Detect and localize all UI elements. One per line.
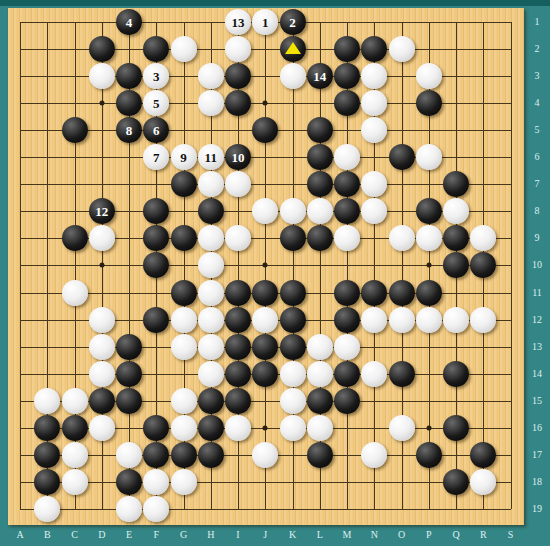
black-stone-d2 [89, 36, 115, 62]
white-stone-p12 [416, 307, 442, 333]
black-stone-f10 [143, 252, 169, 278]
black-stone-o14 [389, 361, 415, 387]
black-stone-q7 [443, 171, 469, 197]
black-stone-i3 [225, 63, 251, 89]
white-stone-n12 [361, 307, 387, 333]
star-point [426, 263, 431, 268]
move-number-label: 12 [95, 205, 108, 218]
white-stone-h6: 11 [198, 144, 224, 170]
black-stone-c5 [62, 117, 88, 143]
black-stone-b17 [34, 442, 60, 468]
black-stone-r17 [470, 442, 496, 468]
white-stone-m9 [334, 225, 360, 251]
black-stone-i15 [225, 388, 251, 414]
row-label-8: 8 [535, 206, 540, 216]
white-stone-h7 [198, 171, 224, 197]
black-stone-i6: 10 [225, 144, 251, 170]
column-label-l: L [317, 530, 323, 540]
column-label-e: E [126, 530, 132, 540]
white-stone-g13 [171, 334, 197, 360]
black-stone-c9 [62, 225, 88, 251]
white-stone-r12 [470, 307, 496, 333]
black-stone-l5 [307, 117, 333, 143]
white-stone-p3 [416, 63, 442, 89]
star-point [426, 425, 431, 430]
move-number-label: 13 [232, 16, 245, 29]
white-stone-l13 [307, 334, 333, 360]
star-point [263, 101, 268, 106]
white-stone-h14 [198, 361, 224, 387]
move-number-label: 7 [153, 151, 160, 164]
black-stone-k11 [280, 280, 306, 306]
column-label-r: R [480, 530, 487, 540]
go-board[interactable]: 4131231458679111012 [8, 8, 524, 525]
white-stone-g12 [171, 307, 197, 333]
row-label-2: 2 [535, 44, 540, 54]
move-number-label: 14 [313, 70, 326, 83]
white-stone-i2 [225, 36, 251, 62]
white-stone-d16 [89, 415, 115, 441]
black-stone-j14 [252, 361, 278, 387]
grid-line-vertical [511, 22, 512, 509]
black-stone-h8 [198, 198, 224, 224]
black-stone-f8 [143, 198, 169, 224]
black-stone-q16 [443, 415, 469, 441]
black-stone-l7 [307, 171, 333, 197]
white-stone-m13 [334, 334, 360, 360]
white-stone-h3 [198, 63, 224, 89]
white-stone-p6 [416, 144, 442, 170]
black-stone-i13 [225, 334, 251, 360]
move-number-label: 10 [232, 151, 245, 164]
column-label-j: J [263, 530, 267, 540]
black-stone-c16 [62, 415, 88, 441]
white-stone-p9 [416, 225, 442, 251]
column-label-m: M [343, 530, 352, 540]
black-stone-r10 [470, 252, 496, 278]
star-point [263, 263, 268, 268]
triangle-marker [285, 42, 301, 54]
white-stone-l14 [307, 361, 333, 387]
white-stone-i1: 13 [225, 9, 251, 35]
black-stone-f17 [143, 442, 169, 468]
white-stone-l16 [307, 415, 333, 441]
white-stone-o2 [389, 36, 415, 62]
column-label-c: C [71, 530, 78, 540]
white-stone-h10 [198, 252, 224, 278]
row-label-12: 12 [532, 315, 542, 325]
black-stone-g11 [171, 280, 197, 306]
black-stone-m12 [334, 307, 360, 333]
column-label-g: G [180, 530, 187, 540]
column-label-k: K [289, 530, 296, 540]
white-stone-i7 [225, 171, 251, 197]
black-stone-l9 [307, 225, 333, 251]
move-number-label: 11 [205, 151, 217, 164]
black-stone-m8 [334, 198, 360, 224]
black-stone-q18 [443, 469, 469, 495]
white-stone-e19 [116, 496, 142, 522]
black-stone-e13 [116, 334, 142, 360]
black-stone-i14 [225, 361, 251, 387]
column-label-b: B [44, 530, 51, 540]
white-stone-k3 [280, 63, 306, 89]
black-stone-n11 [361, 280, 387, 306]
black-stone-h15 [198, 388, 224, 414]
black-stone-o6 [389, 144, 415, 170]
go-app-window: 4131231458679111012 ABCDEFGHIJKLMNOPQRS1… [0, 0, 550, 546]
white-stone-n5 [361, 117, 387, 143]
column-label-n: N [371, 530, 378, 540]
black-stone-k1: 2 [280, 9, 306, 35]
white-stone-j1: 1 [252, 9, 278, 35]
white-stone-o9 [389, 225, 415, 251]
white-stone-c15 [62, 388, 88, 414]
white-stone-b15 [34, 388, 60, 414]
white-stone-q8 [443, 198, 469, 224]
white-stone-h12 [198, 307, 224, 333]
column-label-f: F [153, 530, 159, 540]
black-stone-e1: 4 [116, 9, 142, 35]
white-stone-g16 [171, 415, 197, 441]
white-stone-f6: 7 [143, 144, 169, 170]
column-label-h: H [207, 530, 214, 540]
black-stone-m7 [334, 171, 360, 197]
white-stone-g15 [171, 388, 197, 414]
black-stone-h16 [198, 415, 224, 441]
black-stone-e18 [116, 469, 142, 495]
white-stone-o16 [389, 415, 415, 441]
black-stone-q14 [443, 361, 469, 387]
black-stone-p4 [416, 90, 442, 116]
column-label-s: S [508, 530, 514, 540]
black-stone-q9 [443, 225, 469, 251]
white-stone-j8 [252, 198, 278, 224]
black-stone-j11 [252, 280, 278, 306]
black-stone-m14 [334, 361, 360, 387]
white-stone-i9 [225, 225, 251, 251]
black-stone-e5: 8 [116, 117, 142, 143]
move-number-label: 4 [126, 16, 133, 29]
black-stone-f5: 6 [143, 117, 169, 143]
black-stone-m4 [334, 90, 360, 116]
white-stone-c18 [62, 469, 88, 495]
black-stone-e4 [116, 90, 142, 116]
white-stone-d3 [89, 63, 115, 89]
black-stone-m3 [334, 63, 360, 89]
white-stone-r9 [470, 225, 496, 251]
black-stone-e14 [116, 361, 142, 387]
black-stone-b18 [34, 469, 60, 495]
row-label-6: 6 [535, 152, 540, 162]
row-label-10: 10 [532, 260, 542, 270]
row-label-19: 19 [532, 504, 542, 514]
white-stone-f4: 5 [143, 90, 169, 116]
row-label-9: 9 [535, 233, 540, 243]
black-stone-d15 [89, 388, 115, 414]
column-label-q: Q [452, 530, 459, 540]
black-stone-e15 [116, 388, 142, 414]
black-stone-l15 [307, 388, 333, 414]
black-stone-l3: 14 [307, 63, 333, 89]
move-number-label: 3 [153, 70, 160, 83]
white-stone-g6: 9 [171, 144, 197, 170]
white-stone-h11 [198, 280, 224, 306]
white-stone-d12 [89, 307, 115, 333]
black-stone-f2 [143, 36, 169, 62]
black-stone-k13 [280, 334, 306, 360]
black-stone-k2 [280, 36, 306, 62]
white-stone-n7 [361, 171, 387, 197]
black-stone-l6 [307, 144, 333, 170]
white-stone-j17 [252, 442, 278, 468]
white-stone-d13 [89, 334, 115, 360]
white-stone-k8 [280, 198, 306, 224]
white-stone-n14 [361, 361, 387, 387]
white-stone-c17 [62, 442, 88, 468]
white-stone-f19 [143, 496, 169, 522]
white-stone-i16 [225, 415, 251, 441]
black-stone-m2 [334, 36, 360, 62]
black-stone-p11 [416, 280, 442, 306]
white-stone-k14 [280, 361, 306, 387]
row-label-5: 5 [535, 125, 540, 135]
white-stone-d14 [89, 361, 115, 387]
black-stone-j13 [252, 334, 278, 360]
star-point [263, 425, 268, 430]
white-stone-r18 [470, 469, 496, 495]
black-stone-b16 [34, 415, 60, 441]
black-stone-f9 [143, 225, 169, 251]
black-stone-l17 [307, 442, 333, 468]
black-stone-p17 [416, 442, 442, 468]
column-label-o: O [398, 530, 405, 540]
row-label-3: 3 [535, 71, 540, 81]
row-label-17: 17 [532, 450, 542, 460]
move-number-label: 9 [180, 151, 187, 164]
white-stone-n8 [361, 198, 387, 224]
black-stone-g9 [171, 225, 197, 251]
white-stone-c11 [62, 280, 88, 306]
black-stone-g17 [171, 442, 197, 468]
white-stone-o12 [389, 307, 415, 333]
row-label-13: 13 [532, 342, 542, 352]
white-stone-h9 [198, 225, 224, 251]
column-label-i: I [236, 530, 239, 540]
black-stone-f16 [143, 415, 169, 441]
move-number-label: 1 [262, 16, 269, 29]
row-label-11: 11 [532, 288, 542, 298]
black-stone-i12 [225, 307, 251, 333]
row-label-14: 14 [532, 369, 542, 379]
grid-line-horizontal [20, 509, 511, 510]
white-stone-n3 [361, 63, 387, 89]
white-stone-k15 [280, 388, 306, 414]
row-label-7: 7 [535, 179, 540, 189]
row-label-1: 1 [535, 17, 540, 27]
white-stone-h4 [198, 90, 224, 116]
black-stone-k9 [280, 225, 306, 251]
black-stone-i4 [225, 90, 251, 116]
black-stone-i11 [225, 280, 251, 306]
white-stone-n17 [361, 442, 387, 468]
black-stone-m15 [334, 388, 360, 414]
white-stone-g2 [171, 36, 197, 62]
black-stone-k12 [280, 307, 306, 333]
black-stone-h17 [198, 442, 224, 468]
column-label-p: P [426, 530, 432, 540]
white-stone-m6 [334, 144, 360, 170]
grid-line-vertical [20, 22, 21, 509]
star-point [99, 263, 104, 268]
white-stone-g18 [171, 469, 197, 495]
black-stone-m11 [334, 280, 360, 306]
black-stone-e3 [116, 63, 142, 89]
white-stone-h13 [198, 334, 224, 360]
black-stone-n2 [361, 36, 387, 62]
white-stone-k16 [280, 415, 306, 441]
white-stone-l8 [307, 198, 333, 224]
row-label-16: 16 [532, 423, 542, 433]
move-number-label: 6 [153, 124, 160, 137]
white-stone-e17 [116, 442, 142, 468]
white-stone-j12 [252, 307, 278, 333]
move-number-label: 5 [153, 97, 160, 110]
star-point [99, 101, 104, 106]
row-label-15: 15 [532, 396, 542, 406]
column-label-d: D [98, 530, 105, 540]
white-stone-n4 [361, 90, 387, 116]
row-label-4: 4 [535, 98, 540, 108]
black-stone-d8: 12 [89, 198, 115, 224]
frame-top-strip [0, 0, 550, 6]
black-stone-f12 [143, 307, 169, 333]
black-stone-j5 [252, 117, 278, 143]
black-stone-q10 [443, 252, 469, 278]
black-stone-p8 [416, 198, 442, 224]
white-stone-q12 [443, 307, 469, 333]
black-stone-o11 [389, 280, 415, 306]
move-number-label: 8 [126, 124, 133, 137]
black-stone-g7 [171, 171, 197, 197]
row-label-18: 18 [532, 477, 542, 487]
white-stone-f18 [143, 469, 169, 495]
column-label-a: A [16, 530, 23, 540]
white-stone-f3: 3 [143, 63, 169, 89]
white-stone-d9 [89, 225, 115, 251]
white-stone-b19 [34, 496, 60, 522]
move-number-label: 2 [289, 16, 296, 29]
